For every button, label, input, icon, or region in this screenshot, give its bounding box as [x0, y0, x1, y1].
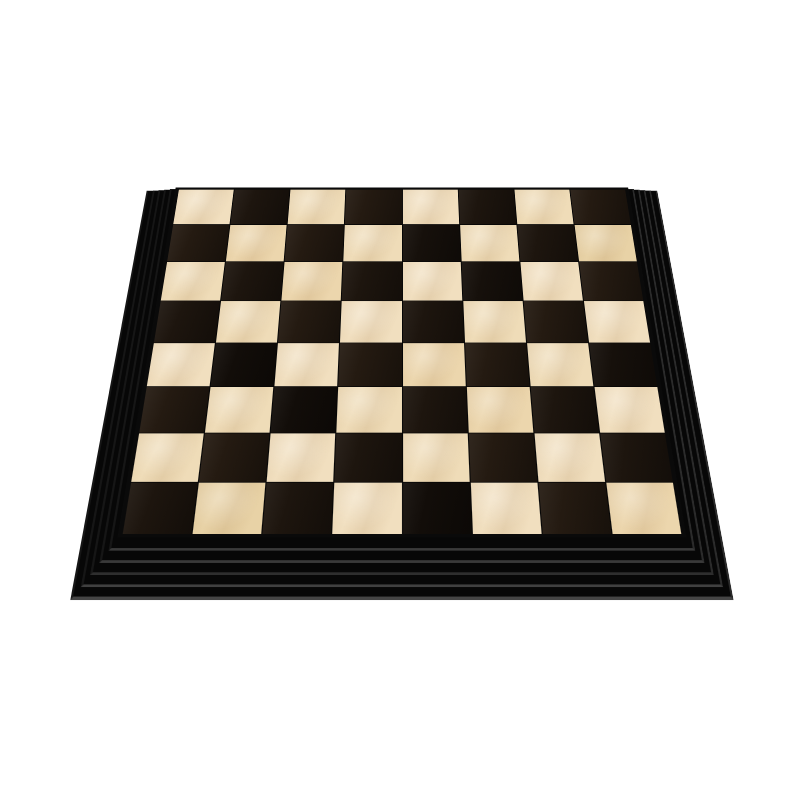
- square-e6: [402, 262, 461, 301]
- square-f6: [461, 262, 522, 301]
- square-b1: [193, 483, 266, 535]
- square-d6: [342, 262, 401, 301]
- square-f4: [465, 343, 530, 386]
- square-b2: [199, 433, 270, 481]
- square-a5: [154, 301, 220, 342]
- square-b8: [231, 190, 290, 225]
- square-g4: [527, 343, 593, 386]
- square-h8: [570, 190, 631, 225]
- chess-board: [150, 91, 654, 595]
- square-d3: [337, 387, 402, 433]
- square-c8: [288, 190, 346, 225]
- square-c2: [267, 433, 336, 481]
- square-a2: [131, 433, 204, 481]
- square-g3: [530, 387, 599, 433]
- square-a1: [123, 483, 198, 535]
- square-d2: [335, 433, 402, 481]
- square-g5: [523, 301, 587, 342]
- square-e1: [403, 483, 472, 535]
- board-surface: [118, 187, 687, 537]
- square-b4: [211, 343, 277, 386]
- square-d4: [339, 343, 402, 386]
- square-c7: [285, 225, 344, 262]
- square-g7: [517, 225, 578, 262]
- square-g6: [520, 262, 583, 301]
- square-c1: [263, 483, 334, 535]
- square-c6: [282, 262, 343, 301]
- square-h1: [606, 483, 681, 535]
- square-b6: [221, 262, 284, 301]
- product-photo-canvas: [0, 0, 800, 800]
- square-c3: [271, 387, 338, 433]
- square-a4: [147, 343, 215, 386]
- square-h7: [574, 225, 636, 262]
- square-a7: [167, 225, 229, 262]
- square-d5: [340, 301, 401, 342]
- square-e5: [402, 301, 463, 342]
- square-e2: [403, 433, 470, 481]
- board-grid: [123, 190, 682, 534]
- square-f3: [466, 387, 533, 433]
- square-a3: [139, 387, 209, 433]
- square-e4: [403, 343, 466, 386]
- square-h2: [600, 433, 673, 481]
- board-3d-group: [118, 188, 687, 538]
- square-h3: [594, 387, 664, 433]
- square-c4: [275, 343, 340, 386]
- square-f1: [470, 483, 541, 535]
- square-g2: [534, 433, 605, 481]
- square-d1: [333, 483, 402, 535]
- square-f2: [468, 433, 537, 481]
- square-a6: [161, 262, 225, 301]
- square-h6: [579, 262, 643, 301]
- square-d7: [344, 225, 402, 262]
- square-a8: [173, 190, 234, 225]
- square-d8: [345, 190, 401, 225]
- square-f5: [463, 301, 526, 342]
- square-e7: [402, 225, 460, 262]
- square-c5: [278, 301, 341, 342]
- square-g8: [514, 190, 573, 225]
- square-g1: [538, 483, 611, 535]
- square-h4: [589, 343, 657, 386]
- square-b5: [216, 301, 280, 342]
- square-e3: [403, 387, 468, 433]
- square-b7: [226, 225, 287, 262]
- square-e8: [402, 190, 458, 225]
- square-f8: [458, 190, 516, 225]
- square-h5: [584, 301, 650, 342]
- square-f7: [460, 225, 519, 262]
- square-b3: [205, 387, 274, 433]
